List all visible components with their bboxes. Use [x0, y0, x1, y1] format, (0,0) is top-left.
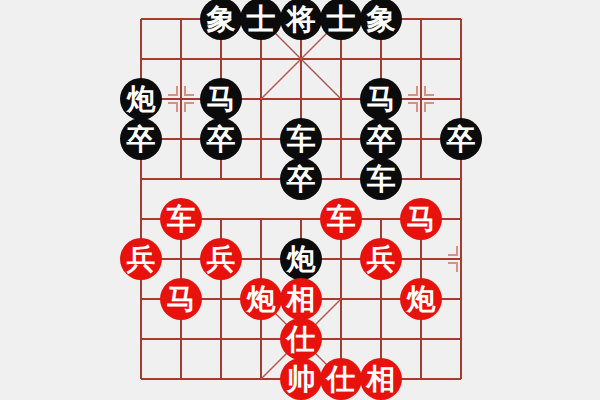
- piece-red-general[interactable]: 帅: [280, 358, 322, 400]
- piece-black-general[interactable]: 将: [280, 0, 322, 40]
- piece-red-elephant[interactable]: 相: [360, 358, 402, 400]
- piece-red-soldier[interactable]: 兵: [120, 238, 162, 280]
- piece-black-horse[interactable]: 马: [200, 78, 242, 120]
- piece-red-cannon[interactable]: 炮: [240, 278, 282, 320]
- piece-red-elephant[interactable]: 相: [280, 278, 322, 320]
- piece-red-soldier[interactable]: 兵: [200, 238, 242, 280]
- piece-red-horse[interactable]: 马: [400, 198, 442, 240]
- piece-red-chariot[interactable]: 车: [320, 198, 362, 240]
- piece-black-soldier[interactable]: 卒: [200, 118, 242, 160]
- piece-red-cannon[interactable]: 炮: [400, 278, 442, 320]
- piece-black-soldier[interactable]: 卒: [440, 118, 482, 160]
- piece-black-soldier[interactable]: 卒: [120, 118, 162, 160]
- piece-black-cannon[interactable]: 炮: [280, 238, 322, 280]
- piece-black-advisor[interactable]: 士: [240, 0, 282, 40]
- piece-red-advisor[interactable]: 仕: [280, 318, 322, 360]
- piece-black-soldier[interactable]: 卒: [360, 118, 402, 160]
- piece-black-soldier[interactable]: 卒: [280, 158, 322, 200]
- piece-black-chariot[interactable]: 车: [280, 118, 322, 160]
- piece-black-horse[interactable]: 马: [360, 78, 402, 120]
- piece-black-elephant[interactable]: 象: [360, 0, 402, 40]
- xiangqi-board[interactable]: 象士将士象炮马马卒卒车卒卒卒车炮车车马兵兵兵马炮相炮仕帅仕相: [0, 0, 600, 400]
- piece-red-horse[interactable]: 马: [160, 278, 202, 320]
- piece-black-chariot[interactable]: 车: [360, 158, 402, 200]
- piece-black-advisor[interactable]: 士: [320, 0, 362, 40]
- app-canvas: 象士将士象炮马马卒卒车卒卒卒车炮车车马兵兵兵马炮相炮仕帅仕相: [0, 0, 600, 400]
- piece-black-elephant[interactable]: 象: [200, 0, 242, 40]
- piece-black-cannon[interactable]: 炮: [120, 78, 162, 120]
- piece-red-advisor[interactable]: 仕: [320, 358, 362, 400]
- piece-red-chariot[interactable]: 车: [160, 198, 202, 240]
- piece-red-soldier[interactable]: 兵: [360, 238, 402, 280]
